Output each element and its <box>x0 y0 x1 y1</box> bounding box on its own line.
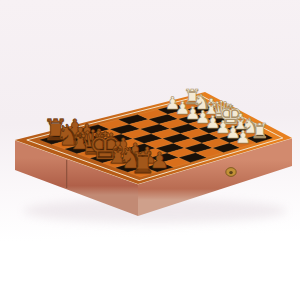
chess-board <box>0 0 300 300</box>
clasp-icon <box>226 168 236 177</box>
photo-scene: ♜♞♟♝♟♛♟♚♟♝♟♞♟♟♜♟♟♜♟♟♞♟♝♟♛♟♚♟♝♟♞♜ <box>0 0 300 300</box>
